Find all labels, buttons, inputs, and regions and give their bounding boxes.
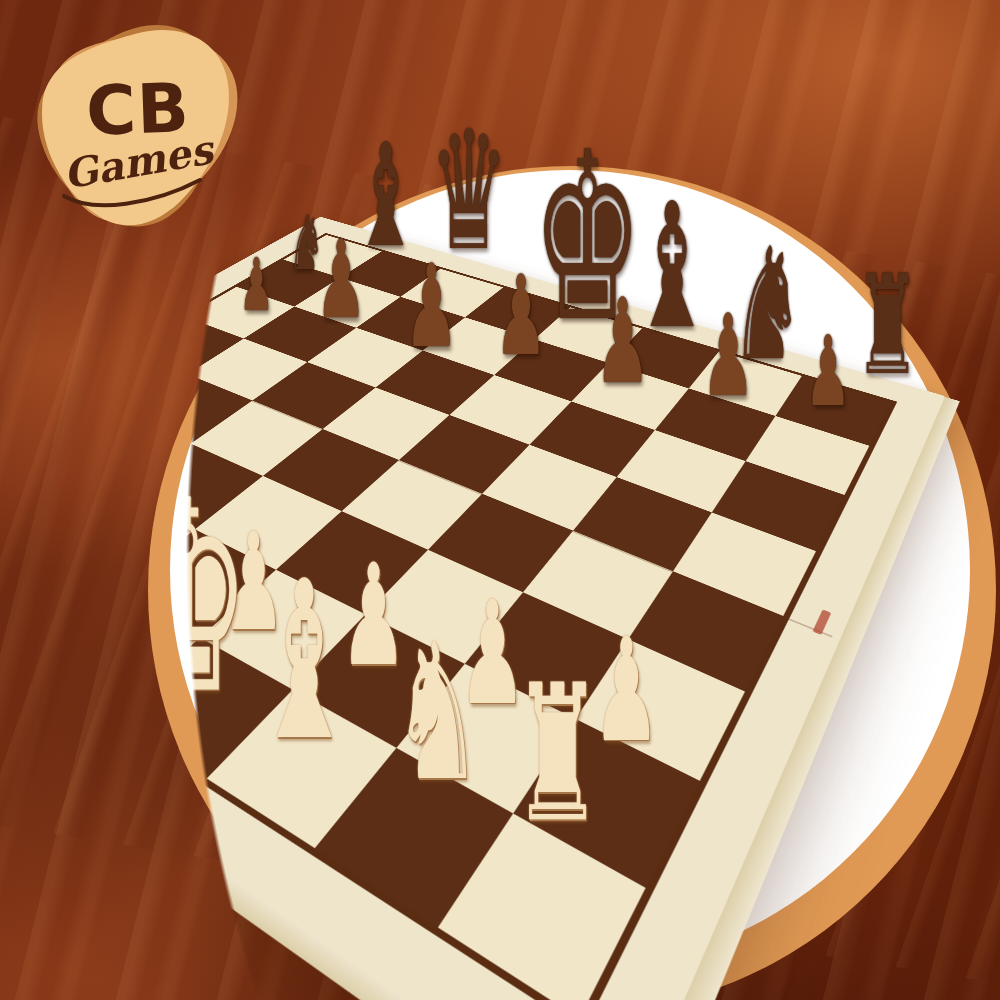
piece-black-pawn-h7: ♟	[804, 323, 853, 420]
cb-games-logo: CB Games	[28, 20, 248, 252]
piece-black-knight-b8: ♞	[287, 205, 325, 281]
piece-black-rook-h8: ♜	[853, 257, 923, 395]
piece-white-pawn-f2: ♟	[338, 546, 409, 686]
piece-white-pawn-e2: ♟	[219, 516, 287, 651]
piece-black-pawn-d7: ♟	[402, 249, 460, 364]
piece-black-bishop-f8: ♝	[628, 180, 716, 353]
piece-black-pawn-g7: ♟	[699, 300, 757, 413]
piece-black-pawn-e7: ♟	[493, 261, 549, 372]
piece-white-king-e1: ♚	[120, 465, 254, 730]
piece-white-bishop-f1: ♝	[249, 552, 360, 771]
piece-black-king-e8: ♚	[529, 122, 646, 354]
piece-black-pawn-c7: ♟	[314, 227, 369, 335]
piece-black-pawn-f7: ♟	[593, 284, 653, 401]
piece-black-pawn-b7: ♟	[238, 249, 275, 322]
piece-white-pawn-g2: ♟	[456, 583, 529, 726]
piece-black-queen-d8: ♛	[427, 109, 511, 274]
piece-white-pawn-h2: ♟	[590, 620, 663, 763]
piece-black-bishop-c8: ♝	[350, 126, 422, 268]
piece-black-knight-g8: ♞	[728, 227, 806, 382]
piece-white-knight-g1: ♞	[390, 619, 486, 808]
piece-white-rook-h1: ♜	[510, 660, 606, 849]
